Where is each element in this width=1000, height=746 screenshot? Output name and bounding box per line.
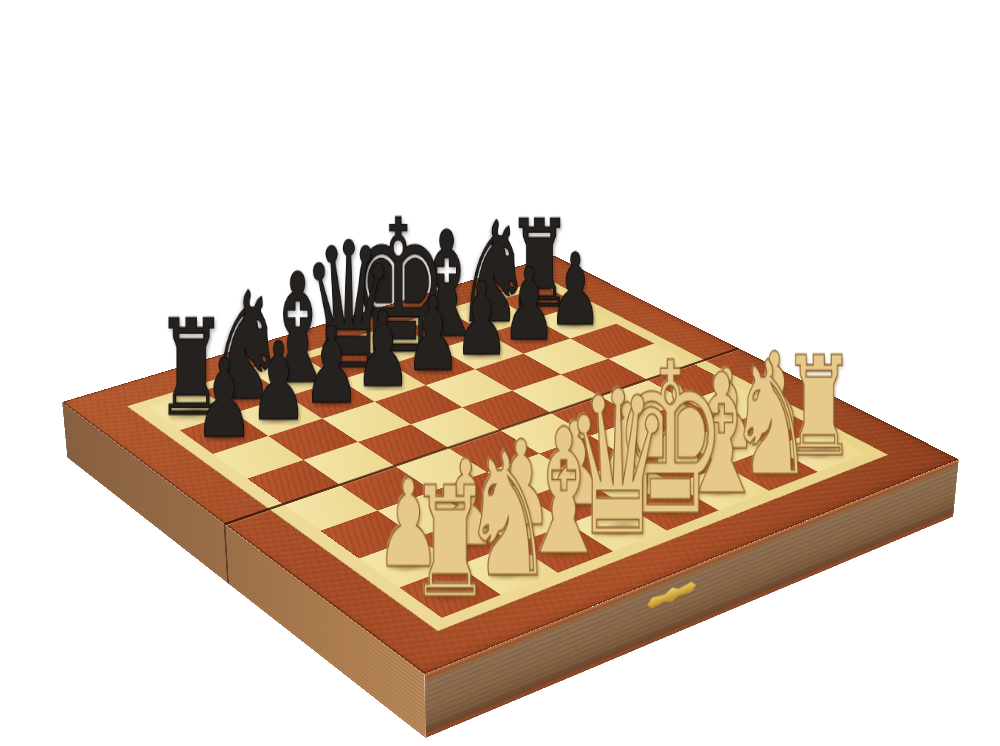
square-a6 [213,436,303,479]
black-bishop-c8: ♝ [257,254,339,406]
black-pawn-h7: ♟ [549,240,603,340]
folding-chess-box: ♜♞♝♛♚♝♞♜♟♟♟♟♟♟♟♟♟♟♟♟♟♟♟♟♜♞♝♛♚♝♞♜ [62,256,959,674]
photo-scene: ♜♞♝♛♚♝♞♜♟♟♟♟♟♟♟♟♟♟♟♟♟♟♟♟♜♞♝♛♚♝♞♜ [0,0,1000,746]
white-pawn-h2: ♟ [745,338,804,447]
black-rook-h8: ♜ [507,204,572,325]
black-bishop-f8: ♝ [407,212,485,358]
black-pawn-g7: ♟ [502,254,556,355]
black-knight-b8: ♞ [205,272,285,421]
square-g1: ♞ [724,447,818,490]
black-pawn-a7: ♟ [195,344,254,453]
black-rook-a8: ♜ [156,302,228,435]
white-rook-h1: ♜ [782,338,856,475]
board-top-face: ♜♞♝♛♚♝♞♜♟♟♟♟♟♟♟♟♟♟♟♟♟♟♟♟♜♞♝♛♚♝♞♜ [62,256,959,674]
square-e4 [500,413,590,454]
black-knight-g8: ♞ [456,203,531,342]
square-f1: ♝ [674,466,769,511]
brass-clasp-icon [647,577,697,613]
square-h2: ♟ [729,407,820,447]
